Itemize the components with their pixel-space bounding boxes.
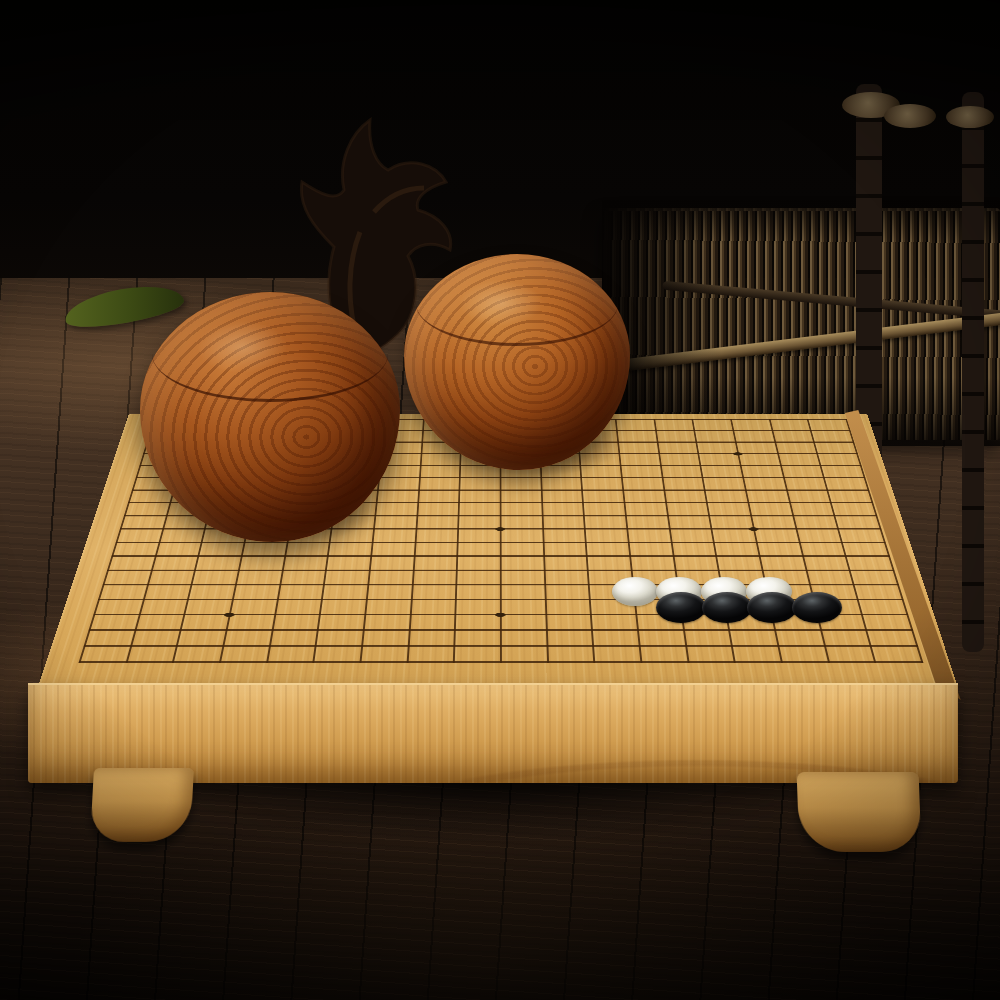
photo-scene [0, 0, 1000, 1000]
bowl-highlight [446, 272, 556, 334]
stone-black [656, 592, 706, 623]
stone-white [612, 577, 658, 606]
stone-black [747, 592, 797, 623]
bowl-highlight [182, 312, 302, 382]
stone-black [792, 592, 842, 623]
stones-layer [0, 0, 1000, 1000]
stone-black [702, 592, 752, 623]
